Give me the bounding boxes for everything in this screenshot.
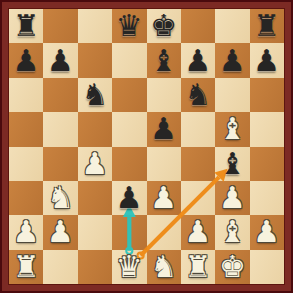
square-c2[interactable] <box>78 215 112 249</box>
square-b4[interactable] <box>43 147 77 181</box>
square-e8[interactable]: ♚ <box>147 9 181 43</box>
square-d7[interactable] <box>112 43 146 77</box>
square-e3[interactable]: ♟ <box>147 181 181 215</box>
square-f4[interactable] <box>181 147 215 181</box>
square-a1[interactable]: ♜ <box>9 250 43 284</box>
square-f2[interactable]: ♟ <box>181 215 215 249</box>
piece-white-knight[interactable]: ♞ <box>147 250 181 284</box>
square-g5[interactable]: ♝ <box>215 112 249 146</box>
piece-black-king[interactable]: ♚ <box>147 9 181 43</box>
square-c6[interactable]: ♞ <box>78 78 112 112</box>
piece-black-rook[interactable]: ♜ <box>250 9 284 43</box>
square-f6[interactable]: ♞ <box>181 78 215 112</box>
square-e6[interactable] <box>147 78 181 112</box>
square-d1[interactable]: ♛ <box>112 250 146 284</box>
piece-white-pawn[interactable]: ♟ <box>181 215 215 249</box>
square-a5[interactable] <box>9 112 43 146</box>
square-e7[interactable]: ♝ <box>147 43 181 77</box>
square-h4[interactable] <box>250 147 284 181</box>
piece-black-bishop[interactable]: ♝ <box>147 43 181 77</box>
square-c7[interactable] <box>78 43 112 77</box>
square-g4[interactable]: ♝ <box>215 147 249 181</box>
piece-white-bishop[interactable]: ♝ <box>215 112 249 146</box>
piece-black-pawn[interactable]: ♟ <box>250 43 284 77</box>
board-frame: ♜♛♚♜♟♟♝♟♟♟♞♞♟♝♟♝♞♟♟♟♟♟♟♝♟♜♛♞♜♚ <box>0 0 293 293</box>
square-h6[interactable] <box>250 78 284 112</box>
square-h2[interactable]: ♟ <box>250 215 284 249</box>
piece-white-pawn[interactable]: ♟ <box>9 215 43 249</box>
square-b8[interactable] <box>43 9 77 43</box>
square-a7[interactable]: ♟ <box>9 43 43 77</box>
square-g8[interactable] <box>215 9 249 43</box>
piece-black-pawn[interactable]: ♟ <box>9 43 43 77</box>
square-b5[interactable] <box>43 112 77 146</box>
square-f1[interactable]: ♜ <box>181 250 215 284</box>
square-d8[interactable]: ♛ <box>112 9 146 43</box>
square-b6[interactable] <box>43 78 77 112</box>
square-d6[interactable] <box>112 78 146 112</box>
square-c5[interactable] <box>78 112 112 146</box>
piece-white-pawn[interactable]: ♟ <box>147 181 181 215</box>
square-e2[interactable] <box>147 215 181 249</box>
piece-white-pawn[interactable]: ♟ <box>43 215 77 249</box>
square-b7[interactable]: ♟ <box>43 43 77 77</box>
square-a6[interactable] <box>9 78 43 112</box>
piece-black-knight[interactable]: ♞ <box>181 78 215 112</box>
square-g1[interactable]: ♚ <box>215 250 249 284</box>
piece-black-pawn[interactable]: ♟ <box>181 43 215 77</box>
square-g7[interactable]: ♟ <box>215 43 249 77</box>
square-a3[interactable] <box>9 181 43 215</box>
square-g6[interactable] <box>215 78 249 112</box>
piece-black-queen[interactable]: ♛ <box>112 9 146 43</box>
square-f7[interactable]: ♟ <box>181 43 215 77</box>
square-h8[interactable]: ♜ <box>250 9 284 43</box>
piece-black-pawn[interactable]: ♟ <box>147 112 181 146</box>
piece-black-pawn[interactable]: ♟ <box>43 43 77 77</box>
square-h1[interactable] <box>250 250 284 284</box>
square-e5[interactable]: ♟ <box>147 112 181 146</box>
square-f5[interactable] <box>181 112 215 146</box>
square-c1[interactable] <box>78 250 112 284</box>
square-a8[interactable]: ♜ <box>9 9 43 43</box>
square-h7[interactable]: ♟ <box>250 43 284 77</box>
square-h3[interactable] <box>250 181 284 215</box>
square-c4[interactable]: ♟ <box>78 147 112 181</box>
piece-white-knight[interactable]: ♞ <box>43 181 77 215</box>
piece-white-pawn[interactable]: ♟ <box>78 147 112 181</box>
square-e1[interactable]: ♞ <box>147 250 181 284</box>
piece-black-pawn[interactable]: ♟ <box>112 181 146 215</box>
piece-black-bishop[interactable]: ♝ <box>215 147 249 181</box>
piece-black-rook[interactable]: ♜ <box>9 9 43 43</box>
square-e4[interactable] <box>147 147 181 181</box>
square-g2[interactable]: ♝ <box>215 215 249 249</box>
piece-white-pawn[interactable]: ♟ <box>215 181 249 215</box>
square-f8[interactable] <box>181 9 215 43</box>
piece-white-pawn[interactable]: ♟ <box>250 215 284 249</box>
square-b3[interactable]: ♞ <box>43 181 77 215</box>
square-d2[interactable] <box>112 215 146 249</box>
piece-black-knight[interactable]: ♞ <box>78 78 112 112</box>
square-b1[interactable] <box>43 250 77 284</box>
square-a2[interactable]: ♟ <box>9 215 43 249</box>
piece-white-bishop[interactable]: ♝ <box>215 215 249 249</box>
piece-white-king[interactable]: ♚ <box>215 250 249 284</box>
square-b2[interactable]: ♟ <box>43 215 77 249</box>
square-f3[interactable] <box>181 181 215 215</box>
square-d4[interactable] <box>112 147 146 181</box>
board-wrap: ♜♛♚♜♟♟♝♟♟♟♞♞♟♝♟♝♞♟♟♟♟♟♟♝♟♜♛♞♜♚ <box>9 9 284 284</box>
piece-white-rook[interactable]: ♜ <box>9 250 43 284</box>
board: ♜♛♚♜♟♟♝♟♟♟♞♞♟♝♟♝♞♟♟♟♟♟♟♝♟♜♛♞♜♚ <box>9 9 284 284</box>
piece-white-queen[interactable]: ♛ <box>112 250 146 284</box>
square-d3[interactable]: ♟ <box>112 181 146 215</box>
piece-white-rook[interactable]: ♜ <box>181 250 215 284</box>
square-g3[interactable]: ♟ <box>215 181 249 215</box>
piece-black-pawn[interactable]: ♟ <box>215 43 249 77</box>
square-c8[interactable] <box>78 9 112 43</box>
square-d5[interactable] <box>112 112 146 146</box>
square-a4[interactable] <box>9 147 43 181</box>
square-h5[interactable] <box>250 112 284 146</box>
square-c3[interactable] <box>78 181 112 215</box>
